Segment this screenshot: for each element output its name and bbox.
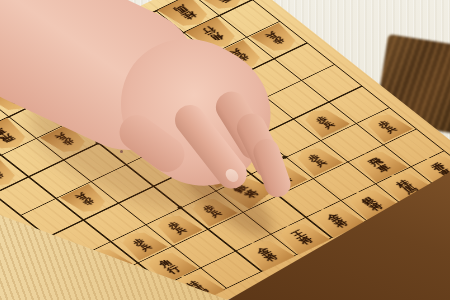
piece-8b-gote[interactable]: 飛車 xyxy=(0,118,34,155)
star-point xyxy=(176,206,183,210)
skin-mole xyxy=(120,150,123,153)
piece-7g-sente[interactable]: 歩兵 xyxy=(150,210,203,243)
piece-8e-gote[interactable]: 歩兵 xyxy=(60,184,113,217)
piece-6g-sente[interactable]: 歩兵 xyxy=(185,194,238,227)
photo-canvas: 香車桂馬銀将金将玉将金将銀将桂馬香車飛車角行歩兵歩兵歩兵歩兵歩兵歩兵歩兵歩兵歩兵… xyxy=(0,0,450,300)
piece-2f-sente[interactable]: 歩兵 xyxy=(297,105,350,138)
piece-9c-gote[interactable]: 歩兵 xyxy=(0,158,23,191)
piece-3g-sente[interactable]: 歩兵 xyxy=(290,143,343,176)
